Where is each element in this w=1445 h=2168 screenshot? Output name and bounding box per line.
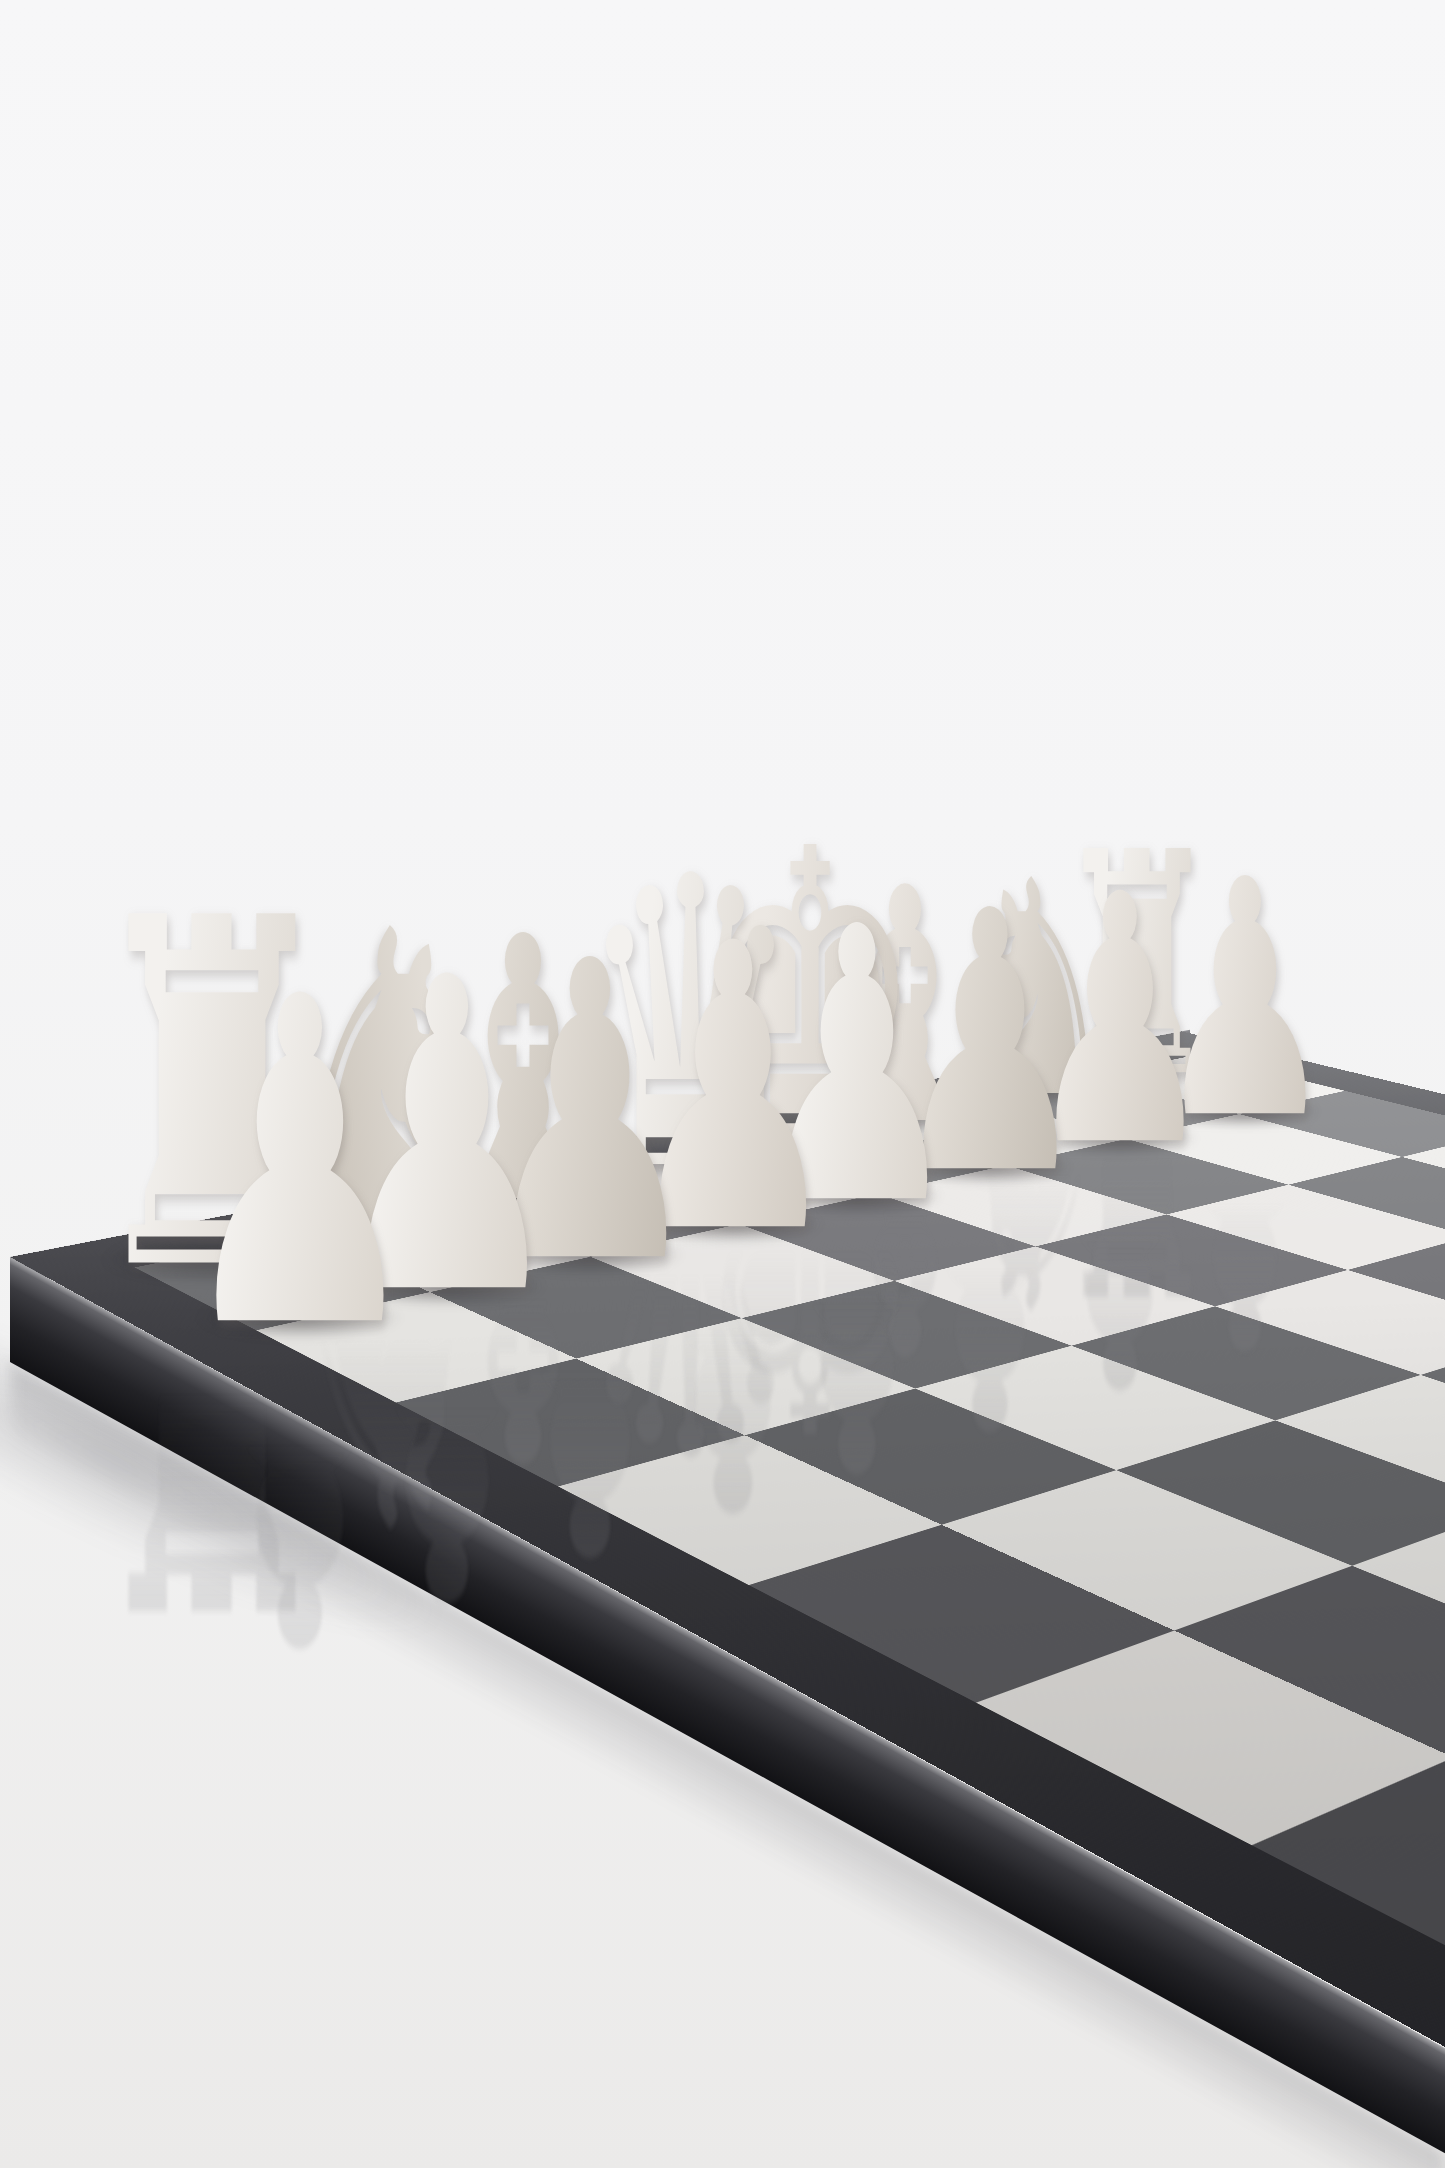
piece-white-pawn-a2: ♟	[175, 939, 425, 1389]
